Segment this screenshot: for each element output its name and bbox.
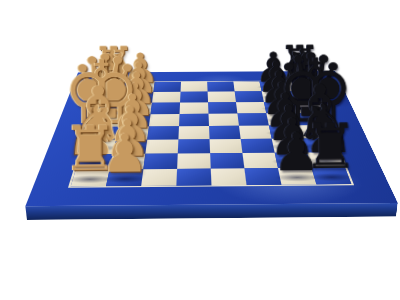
pawn-icon: ♟ (101, 129, 149, 178)
square-g4[interactable] (177, 153, 211, 169)
square-b5[interactable] (208, 92, 236, 103)
chess-board-grid: ♜♟♟♜♞♟♟♞♝♟♟♝♛♟♟♛♚♟♟♚♝♟♟♝♞♟♟♞♜♟♟♜ (68, 80, 354, 187)
pawn-icon: ♟ (273, 128, 320, 177)
square-b4[interactable] (180, 92, 208, 103)
square-d4[interactable] (179, 114, 209, 126)
board-photo: ♜♟♟♜♞♟♟♞♝♟♟♝♛♟♟♛♚♟♟♚♝♟♟♝♞♟♟♞♜♟♟♜ (0, 0, 400, 300)
square-h2[interactable]: ♟ (106, 169, 143, 186)
square-a4[interactable] (181, 82, 208, 92)
square-e5[interactable] (209, 126, 241, 139)
square-f5[interactable] (210, 139, 243, 153)
square-f4[interactable] (178, 139, 210, 153)
square-a5[interactable] (207, 82, 234, 92)
board-edge-near-face (25, 203, 397, 220)
square-h5[interactable] (211, 168, 247, 185)
square-c5[interactable] (208, 102, 237, 114)
square-d5[interactable] (208, 114, 238, 126)
square-g5[interactable] (210, 153, 244, 169)
piece-black-pawn-h7[interactable]: ♟ (273, 128, 320, 177)
piece-white-pawn-h2[interactable]: ♟ (101, 129, 149, 178)
square-c4[interactable] (180, 102, 209, 114)
square-h4[interactable] (176, 169, 211, 186)
chess-board: ♜♟♟♜♞♟♟♞♝♟♟♝♛♟♟♛♚♟♟♚♝♟♟♝♞♟♟♞♜♟♟♜ (25, 71, 397, 206)
square-e4[interactable] (178, 126, 209, 139)
